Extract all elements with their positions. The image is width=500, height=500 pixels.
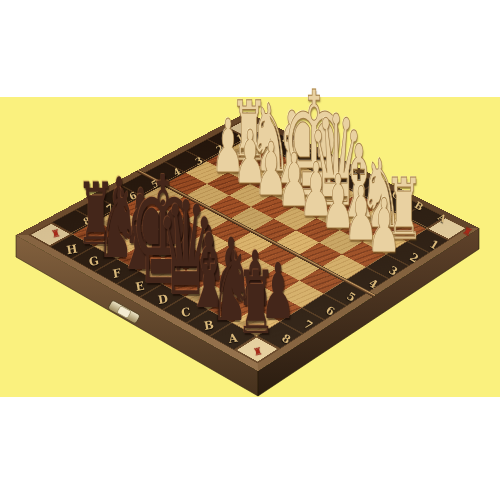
file-label-back-a: A [436, 212, 447, 224]
corner-emblem-rook-icon: ♜ [50, 229, 61, 241]
chess-set-photo: ABCDEFGHABCDEFGH8765432187654321♜♜♜♜♜♞♝♛… [0, 0, 500, 500]
rank-label-right-6: 6 [324, 304, 336, 317]
corner-emblem-rook-icon: ♜ [461, 226, 474, 239]
rank-label-right-4: 4 [366, 277, 378, 290]
rank-label-right-7: 7 [302, 318, 314, 331]
white-pawn-a2[interactable]: ♟ [368, 193, 402, 261]
pieces-and-labels-overlay: ABCDEFGHABCDEFGH8765432187654321♜♜♜♜♜♞♝♛… [0, 0, 500, 500]
rank-label-right-5: 5 [345, 290, 357, 303]
black-rook-a8[interactable]: ♜ [236, 264, 275, 342]
rank-label-right-1: 1 [427, 238, 439, 251]
